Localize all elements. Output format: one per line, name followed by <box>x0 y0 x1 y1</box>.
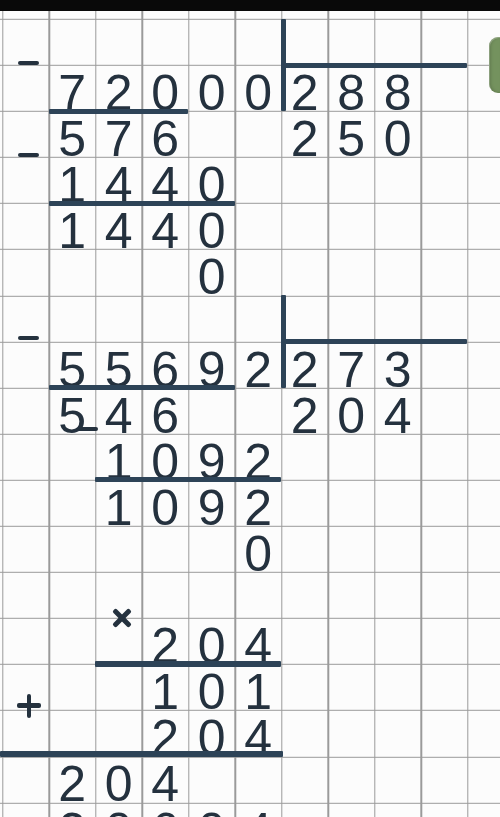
grid-digit: 5 <box>49 393 96 439</box>
grid-digit: 0 <box>95 808 142 817</box>
grid-digit: 6 <box>142 808 189 817</box>
grid-digit: 1 <box>142 669 189 715</box>
grid-digit: 0 <box>188 669 235 715</box>
grid-digit: 5 <box>328 116 375 162</box>
div2-minus-1 <box>18 336 39 340</box>
grid-digit: 1 <box>235 669 282 715</box>
grid-digit: 8 <box>374 70 421 116</box>
grid-digit: 0 <box>188 254 235 300</box>
grid-digit: 1 <box>95 485 142 531</box>
grid-digit: 5 <box>49 116 96 162</box>
grid-digit: 4 <box>374 393 421 439</box>
grid-digit: 7 <box>95 116 142 162</box>
mult-times-sign <box>106 601 139 634</box>
grid-digit: 4 <box>142 208 189 254</box>
mult-underline <box>95 661 281 667</box>
grid-digit: 0 <box>188 70 235 116</box>
side-green-tab[interactable] <box>489 37 500 93</box>
div1-step1-underline <box>49 109 189 114</box>
grid-digit: 1 <box>49 208 96 254</box>
grid-digit: 4 <box>95 393 142 439</box>
sum-underline <box>0 751 283 757</box>
grid-digit: 8 <box>328 70 375 116</box>
grid-digit: 9 <box>188 485 235 531</box>
worksheet-board: 7200028857625014401440055692273546204109… <box>0 0 500 817</box>
div1-minus-1 <box>18 61 39 65</box>
grid-digit: 0 <box>235 70 282 116</box>
div1-minus-2 <box>18 153 39 157</box>
grid-digit: 4 <box>95 208 142 254</box>
div2-step2-underline <box>95 477 281 482</box>
div2-bracket-horizontal <box>281 339 467 344</box>
mult-plus-sign <box>17 694 41 718</box>
div1-step2-underline <box>49 201 235 206</box>
grid-digit: 0 <box>188 208 235 254</box>
div1-bracket-horizontal <box>281 63 467 68</box>
grid-digit: 2 <box>281 116 328 162</box>
grid-digit: 0 <box>328 393 375 439</box>
grid-digit: 2 <box>235 485 282 531</box>
grid-digit: 2 <box>49 808 96 817</box>
grid-digit: 4 <box>142 761 189 807</box>
grid-digit: 0 <box>374 116 421 162</box>
grid-digit: 0 <box>142 485 189 531</box>
grid-digit: 2 <box>281 347 328 393</box>
grid-digit: 3 <box>374 347 421 393</box>
grid-digit: 2 <box>235 347 282 393</box>
grid-digit: 6 <box>142 116 189 162</box>
grid-digit: 2 <box>281 70 328 116</box>
grid-digit: 4 <box>235 808 282 817</box>
grid-digit: 0 <box>95 761 142 807</box>
grid-digit: 2 <box>49 761 96 807</box>
div2-step1-underline <box>49 385 235 390</box>
worksheet-screenshot: 7200028857625014401440055692273546204109… <box>0 0 500 817</box>
grid-digit: 2 <box>281 393 328 439</box>
grid-digit: 6 <box>142 393 189 439</box>
grid-digit: 0 <box>188 808 235 817</box>
grid-digit: 7 <box>328 347 375 393</box>
div2-minus-2 <box>77 427 98 431</box>
grid-digit: 0 <box>235 531 282 577</box>
